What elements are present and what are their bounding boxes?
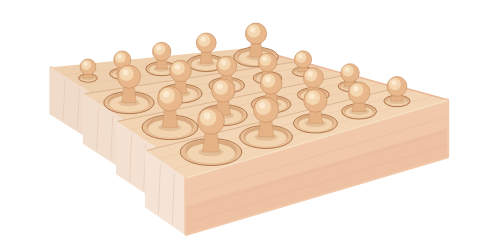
knob-ball-glint [84, 62, 88, 66]
knob-cylinder-block-back-c3 [152, 42, 171, 71]
knob-ball-glint [163, 91, 169, 97]
knob-ball-glint [309, 93, 315, 99]
knob-cylinder-block-front-c5 [387, 77, 407, 105]
knob-ball-glint [391, 80, 396, 85]
knob-cylinder-block-front-c4 [348, 82, 370, 115]
knob-ball-glint [204, 113, 211, 120]
knob-ball-glint [117, 54, 121, 58]
knob-ball-glint [262, 57, 267, 62]
knob-ball-glint [250, 27, 256, 33]
cylinder-blocks-scene [0, 0, 500, 248]
product-photo [0, 0, 500, 248]
knob-ball-glint [265, 77, 271, 83]
knob-ball-glint [298, 54, 302, 58]
knob-cylinder-block-front-c3 [304, 89, 327, 127]
knob-ball-glint [156, 46, 161, 51]
knob-ball-glint [345, 67, 350, 72]
knob-cylinder-block-back-c4 [196, 33, 216, 66]
knob-ball-glint [259, 102, 266, 109]
knob-ball-glint [217, 83, 223, 89]
knob-cylinder-block-back-c1 [80, 59, 96, 80]
knob-ball-glint [201, 37, 206, 42]
knob-ball-glint [353, 86, 359, 92]
knob-ball-glint [221, 60, 226, 65]
knob-ball-glint [308, 71, 313, 76]
knob-ball-glint [174, 64, 180, 70]
knob-ball-glint [123, 70, 129, 76]
